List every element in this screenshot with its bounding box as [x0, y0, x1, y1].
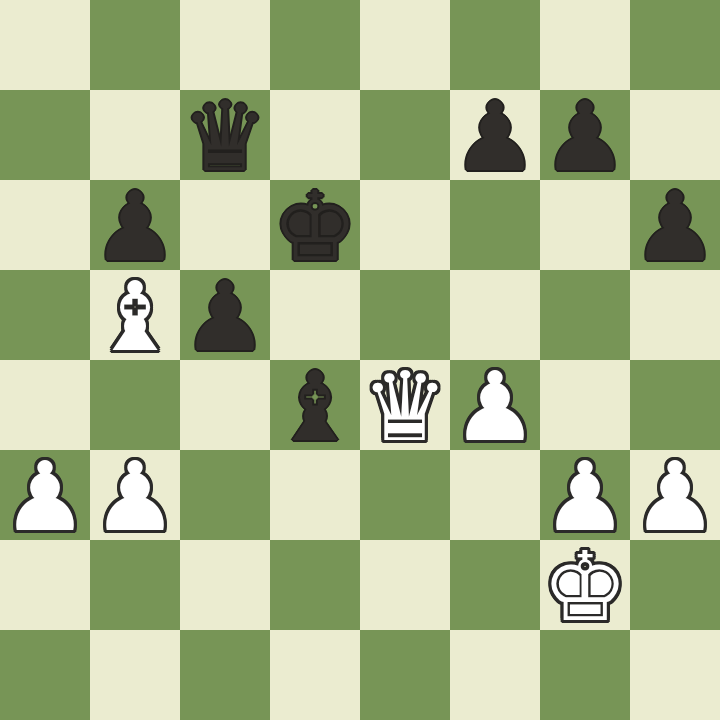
square-h8[interactable]	[630, 0, 720, 90]
square-h7[interactable]	[630, 90, 720, 180]
square-d2[interactable]	[270, 540, 360, 630]
square-h5[interactable]	[630, 270, 720, 360]
square-d5[interactable]	[270, 270, 360, 360]
square-b1[interactable]	[90, 630, 180, 720]
square-f1[interactable]	[450, 630, 540, 720]
square-e4[interactable]: ♛	[360, 360, 450, 450]
piece-white-king[interactable]: ♚	[542, 542, 628, 632]
square-a5[interactable]	[0, 270, 90, 360]
square-f6[interactable]	[450, 180, 540, 270]
square-e7[interactable]	[360, 90, 450, 180]
square-d6[interactable]: ♚	[270, 180, 360, 270]
chess-board: ♛♟♟♟♚♟♝♟♝♛♟♟♟♟♟♚	[0, 0, 720, 720]
square-a7[interactable]	[0, 90, 90, 180]
square-h4[interactable]	[630, 360, 720, 450]
square-e5[interactable]	[360, 270, 450, 360]
piece-black-queen[interactable]: ♛	[182, 92, 268, 182]
square-a3[interactable]: ♟	[0, 450, 90, 540]
square-f8[interactable]	[450, 0, 540, 90]
piece-white-pawn[interactable]: ♟	[92, 452, 178, 542]
square-c7[interactable]: ♛	[180, 90, 270, 180]
square-e8[interactable]	[360, 0, 450, 90]
square-b3[interactable]: ♟	[90, 450, 180, 540]
piece-white-pawn[interactable]: ♟	[632, 452, 718, 542]
square-g8[interactable]	[540, 0, 630, 90]
square-b7[interactable]	[90, 90, 180, 180]
square-h2[interactable]	[630, 540, 720, 630]
square-d7[interactable]	[270, 90, 360, 180]
square-e3[interactable]	[360, 450, 450, 540]
piece-black-pawn[interactable]: ♟	[182, 272, 268, 362]
piece-black-pawn[interactable]: ♟	[452, 92, 538, 182]
square-e6[interactable]	[360, 180, 450, 270]
square-e1[interactable]	[360, 630, 450, 720]
piece-white-pawn[interactable]: ♟	[2, 452, 88, 542]
square-d1[interactable]	[270, 630, 360, 720]
square-d3[interactable]	[270, 450, 360, 540]
piece-black-pawn[interactable]: ♟	[92, 182, 178, 272]
square-h1[interactable]	[630, 630, 720, 720]
square-c8[interactable]	[180, 0, 270, 90]
square-f5[interactable]	[450, 270, 540, 360]
square-b2[interactable]	[90, 540, 180, 630]
square-c6[interactable]	[180, 180, 270, 270]
square-d4[interactable]: ♝	[270, 360, 360, 450]
square-a8[interactable]	[0, 0, 90, 90]
piece-black-bishop[interactable]: ♝	[272, 362, 358, 452]
square-f7[interactable]: ♟	[450, 90, 540, 180]
square-g2[interactable]: ♚	[540, 540, 630, 630]
square-g1[interactable]	[540, 630, 630, 720]
square-g7[interactable]: ♟	[540, 90, 630, 180]
square-d8[interactable]	[270, 0, 360, 90]
square-h3[interactable]: ♟	[630, 450, 720, 540]
square-h6[interactable]: ♟	[630, 180, 720, 270]
square-g3[interactable]: ♟	[540, 450, 630, 540]
square-f4[interactable]: ♟	[450, 360, 540, 450]
square-c2[interactable]	[180, 540, 270, 630]
square-e2[interactable]	[360, 540, 450, 630]
square-f2[interactable]	[450, 540, 540, 630]
square-b4[interactable]	[90, 360, 180, 450]
square-c3[interactable]	[180, 450, 270, 540]
square-c5[interactable]: ♟	[180, 270, 270, 360]
square-b6[interactable]: ♟	[90, 180, 180, 270]
square-g4[interactable]	[540, 360, 630, 450]
piece-white-bishop[interactable]: ♝	[92, 272, 178, 362]
piece-white-pawn[interactable]: ♟	[452, 362, 538, 452]
piece-white-pawn[interactable]: ♟	[542, 452, 628, 542]
square-b8[interactable]	[90, 0, 180, 90]
square-g5[interactable]	[540, 270, 630, 360]
square-f3[interactable]	[450, 450, 540, 540]
square-a6[interactable]	[0, 180, 90, 270]
square-g6[interactable]	[540, 180, 630, 270]
square-a2[interactable]	[0, 540, 90, 630]
square-c4[interactable]	[180, 360, 270, 450]
square-a1[interactable]	[0, 630, 90, 720]
square-a4[interactable]	[0, 360, 90, 450]
piece-black-king[interactable]: ♚	[272, 182, 358, 272]
square-b5[interactable]: ♝	[90, 270, 180, 360]
piece-black-pawn[interactable]: ♟	[542, 92, 628, 182]
piece-white-queen[interactable]: ♛	[362, 362, 448, 452]
piece-black-pawn[interactable]: ♟	[632, 182, 718, 272]
square-c1[interactable]	[180, 630, 270, 720]
